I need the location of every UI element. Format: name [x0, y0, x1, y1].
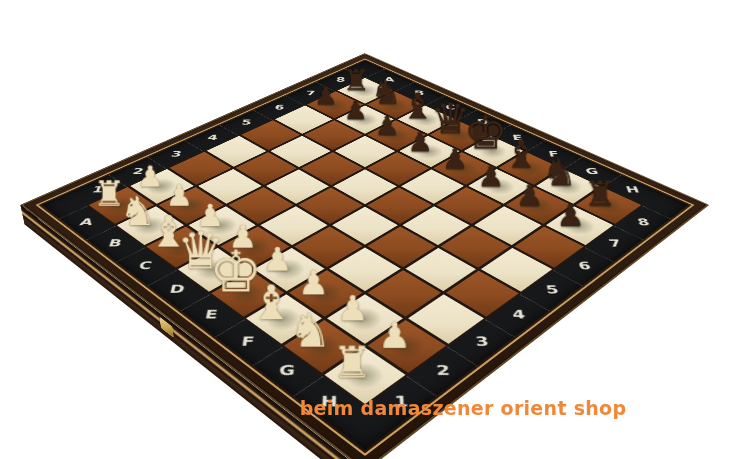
product-photo: AABBCCDDEEFFGGHH1122334455667788 ♜♞♝♛♚♝♞…	[0, 0, 730, 459]
shop-caption: beim damaszener orient shop	[298, 397, 628, 419]
piece-black-pawn-h7[interactable]: ♟	[546, 206, 613, 245]
board-scene: AABBCCDDEEFFGGHH1122334455667788 ♜♞♝♛♚♝♞…	[0, 0, 730, 459]
